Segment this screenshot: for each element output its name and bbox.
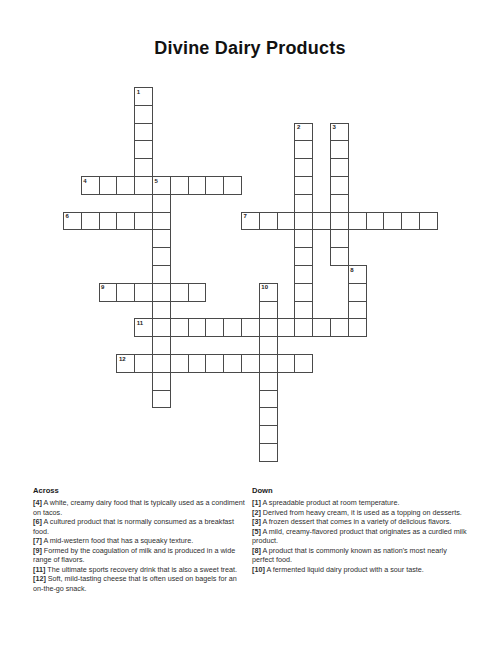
clue-number-label: [9] — [33, 546, 42, 555]
clue-across-7: [7] A mid-western food that has a squeak… — [33, 536, 245, 546]
grid-cell[interactable] — [81, 212, 100, 231]
down-header: Down — [252, 487, 468, 495]
grid-cell[interactable] — [294, 229, 313, 248]
clue-number-label: [10] — [252, 565, 265, 574]
grid-cell[interactable] — [383, 212, 402, 231]
grid-cell[interactable]: 2 — [294, 123, 313, 142]
cell-number: 8 — [350, 267, 353, 274]
grid-cell[interactable] — [152, 301, 171, 320]
across-clue-list: [4] A white, creamy dairy food that is t… — [33, 498, 245, 593]
clue-down-5: [5] A mild, creamy-flavored product that… — [252, 527, 468, 546]
grid-cell[interactable] — [294, 318, 313, 337]
grid-cell[interactable]: 7 — [241, 212, 260, 231]
across-header: Across — [33, 487, 245, 495]
clue-number-label: [4] — [33, 498, 42, 507]
grid-cell[interactable]: 4 — [81, 176, 100, 195]
clue-down-2: [2] Derived from heavy cream, it is used… — [252, 508, 468, 518]
grid-cell[interactable] — [99, 176, 118, 195]
grid-cell[interactable] — [294, 140, 313, 159]
grid-cell[interactable] — [294, 283, 313, 302]
grid-cell[interactable] — [259, 390, 278, 409]
grid-cell[interactable] — [259, 301, 278, 320]
grid-cell[interactable] — [170, 354, 189, 373]
grid-cell[interactable] — [277, 354, 296, 373]
clue-down-8: [8] A product that is commonly known as … — [252, 546, 468, 565]
grid-cell[interactable] — [294, 158, 313, 177]
grid-cell[interactable] — [134, 105, 153, 124]
grid-cell[interactable] — [294, 301, 313, 320]
grid-cell[interactable] — [401, 212, 420, 231]
cell-number: 11 — [137, 320, 143, 327]
grid-cell[interactable] — [152, 265, 171, 284]
cell-number: 10 — [261, 284, 268, 291]
grid-cell[interactable] — [170, 176, 189, 195]
clue-number-label: [3] — [252, 517, 261, 526]
across-clues-column: Across [4] A white, creamy dairy food th… — [33, 487, 245, 593]
grid-cell[interactable] — [152, 318, 171, 337]
grid-cell[interactable] — [259, 212, 278, 231]
grid-cell[interactable] — [152, 229, 171, 248]
grid-cell[interactable] — [223, 318, 242, 337]
clue-across-11: [11] The ultimate sports recovery drink … — [33, 565, 245, 575]
grid-cell[interactable] — [134, 158, 153, 177]
grid-cell[interactable]: 12 — [116, 354, 135, 373]
cell-number: 3 — [333, 124, 336, 131]
cell-number: 9 — [101, 284, 104, 291]
grid-cell[interactable] — [348, 212, 367, 231]
grid-cell[interactable]: 9 — [99, 283, 118, 302]
grid-cell[interactable] — [134, 354, 153, 373]
grid-cell[interactable] — [259, 336, 278, 355]
grid-cell[interactable] — [330, 140, 349, 159]
grid-cell[interactable] — [241, 318, 260, 337]
grid-cell[interactable] — [294, 212, 313, 231]
clue-number-label: [12] — [33, 574, 46, 583]
grid-cell[interactable] — [152, 212, 171, 231]
grid-cell[interactable] — [419, 212, 438, 231]
clue-down-10: [10] A fermented liquid dairy product wi… — [252, 565, 468, 575]
grid-cell[interactable] — [259, 443, 278, 462]
grid-cell[interactable] — [134, 140, 153, 159]
cell-number: 5 — [155, 178, 158, 185]
grid-cell[interactable] — [330, 318, 349, 337]
puzzle-title: Divine Dairy Products — [0, 38, 500, 59]
grid-cell[interactable] — [330, 194, 349, 213]
grid-cell[interactable] — [99, 212, 118, 231]
grid-cell[interactable] — [134, 123, 153, 142]
down-clue-list: [1] A spreadable product at room tempera… — [252, 498, 468, 574]
grid-cell[interactable] — [294, 354, 313, 373]
cell-number: 4 — [83, 178, 86, 185]
grid-cell[interactable] — [348, 301, 367, 320]
grid-cell[interactable] — [152, 354, 171, 373]
clue-number-label: [2] — [252, 508, 261, 517]
grid-cell[interactable] — [188, 354, 207, 373]
clue-number-label: [7] — [33, 536, 42, 545]
grid-cell[interactable] — [366, 212, 385, 231]
clue-down-3: [3] A frozen dessert that comes in a var… — [252, 517, 468, 527]
clue-down-1: [1] A spreadable product at room tempera… — [252, 498, 468, 508]
clue-number-label: [8] — [252, 546, 261, 555]
grid-cell[interactable] — [170, 318, 189, 337]
grid-cell[interactable]: 10 — [259, 283, 278, 302]
grid-cell[interactable] — [277, 318, 296, 337]
grid-cell[interactable] — [294, 265, 313, 284]
grid-cell[interactable] — [223, 354, 242, 373]
grid-cell[interactable] — [188, 283, 207, 302]
crossword-page: { "game": "crossword", "title": "Divine … — [0, 0, 500, 647]
grid-cell[interactable] — [134, 212, 153, 231]
grid-cell[interactable] — [152, 283, 171, 302]
grid-cell[interactable] — [330, 176, 349, 195]
grid-cell[interactable] — [188, 318, 207, 337]
grid-cell[interactable] — [134, 176, 153, 195]
grid-cell[interactable] — [259, 425, 278, 444]
grid-cell[interactable] — [312, 318, 331, 337]
grid-cell[interactable] — [330, 229, 349, 248]
grid-cell[interactable] — [152, 194, 171, 213]
grid-cell[interactable] — [223, 176, 242, 195]
cell-number: 12 — [119, 356, 126, 363]
grid-cell[interactable] — [152, 372, 171, 391]
cell-number: 6 — [66, 213, 69, 220]
grid-cell[interactable]: 1 — [134, 87, 153, 106]
grid-cell[interactable] — [152, 247, 171, 266]
grid-cell[interactable] — [188, 176, 207, 195]
grid-cell[interactable] — [277, 212, 296, 231]
clue-number-label: [5] — [252, 527, 261, 536]
clue-number-label: [6] — [33, 517, 42, 526]
grid-cell[interactable] — [259, 372, 278, 391]
grid-cell[interactable]: 5 — [152, 176, 171, 195]
cell-number: 7 — [244, 213, 247, 220]
cell-number: 2 — [297, 124, 300, 131]
clue-across-9: [9] Formed by the coagulation of milk an… — [33, 546, 245, 565]
grid-cell[interactable]: 6 — [63, 212, 82, 231]
grid-cell[interactable]: 11 — [134, 318, 153, 337]
grid-cell[interactable] — [259, 354, 278, 373]
clue-number-label: [1] — [252, 498, 261, 507]
grid-cell[interactable] — [294, 176, 313, 195]
grid-cell[interactable] — [259, 318, 278, 337]
grid-cell[interactable] — [241, 354, 260, 373]
grid-cell[interactable] — [134, 283, 153, 302]
grid-cell[interactable] — [348, 318, 367, 337]
grid-cell[interactable] — [348, 283, 367, 302]
grid-cell[interactable] — [294, 247, 313, 266]
down-clues-column: Down [1] A spreadable product at room te… — [252, 487, 468, 574]
cell-number: 1 — [137, 89, 140, 96]
grid-cell[interactable] — [259, 407, 278, 426]
clue-across-4: [4] A white, creamy dairy food that is t… — [33, 498, 245, 517]
grid-cell[interactable] — [330, 212, 349, 231]
grid-cell[interactable] — [205, 176, 224, 195]
grid-cell[interactable] — [205, 354, 224, 373]
grid-cell[interactable] — [312, 212, 331, 231]
grid-cell[interactable]: 8 — [348, 265, 367, 284]
grid-cell[interactable] — [152, 390, 171, 409]
grid-cell[interactable] — [294, 194, 313, 213]
grid-cell[interactable] — [116, 176, 135, 195]
grid-cell[interactable] — [116, 212, 135, 231]
clue-across-6: [6] A cultured product that is normally … — [33, 517, 245, 536]
clue-across-12: [12] Soft, mild-tasting cheese that is o… — [33, 574, 245, 593]
grid-cell[interactable] — [116, 283, 135, 302]
grid-cell[interactable] — [152, 336, 171, 355]
grid-cell[interactable] — [205, 318, 224, 337]
grid-cell[interactable]: 3 — [330, 123, 349, 142]
grid-cell[interactable] — [330, 247, 349, 266]
clue-number-label: [11] — [33, 565, 45, 574]
grid-cell[interactable] — [330, 158, 349, 177]
grid-cell[interactable] — [170, 283, 189, 302]
